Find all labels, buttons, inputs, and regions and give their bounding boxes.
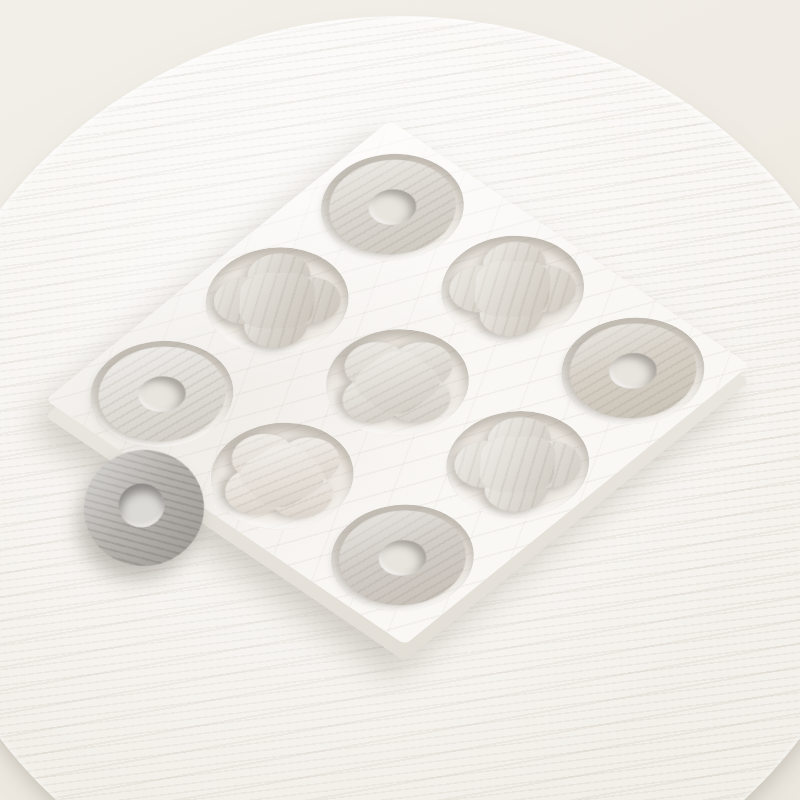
piece-x-r1c2[interactable] bbox=[452, 417, 583, 510]
scene bbox=[0, 0, 800, 800]
ring-hole bbox=[359, 182, 426, 232]
ring-hole bbox=[115, 480, 168, 531]
quatrefoil-core bbox=[238, 273, 316, 329]
quatrefoil-core bbox=[478, 436, 556, 492]
ring-hole bbox=[129, 369, 196, 419]
board-wrap bbox=[0, 0, 800, 800]
board-grid bbox=[45, 120, 750, 645]
quatrefoil-core bbox=[473, 261, 551, 317]
game-board bbox=[45, 120, 750, 645]
board-surface bbox=[45, 120, 750, 645]
ring-hole bbox=[369, 532, 436, 582]
piece-x-r1c0[interactable] bbox=[212, 254, 343, 347]
ring-hole bbox=[599, 346, 666, 396]
piece-x-r0c1[interactable] bbox=[447, 242, 578, 335]
